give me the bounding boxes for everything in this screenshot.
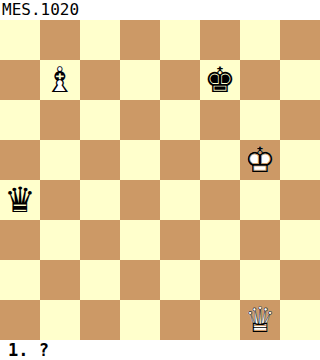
square-f4[interactable] xyxy=(200,180,240,220)
square-h4[interactable] xyxy=(280,180,320,220)
chess-puzzle-window: MES.1020 ♝♗♚♚♔♛♛♕ 1. ? xyxy=(0,0,320,360)
white-king-fill: ♚ xyxy=(240,140,280,180)
chess-board: ♝♗♚♚♔♛♛♕ xyxy=(0,20,320,340)
square-g7[interactable] xyxy=(240,60,280,100)
square-a3[interactable] xyxy=(0,220,40,260)
square-d2[interactable] xyxy=(120,260,160,300)
square-f1[interactable] xyxy=(200,300,240,340)
square-b4[interactable] xyxy=(40,180,80,220)
square-a7[interactable] xyxy=(0,60,40,100)
square-d3[interactable] xyxy=(120,220,160,260)
square-h1[interactable] xyxy=(280,300,320,340)
square-f7[interactable]: ♚ xyxy=(200,60,240,100)
white-bishop-piece: ♗ xyxy=(40,60,80,100)
square-h2[interactable] xyxy=(280,260,320,300)
square-b2[interactable] xyxy=(40,260,80,300)
square-c7[interactable] xyxy=(80,60,120,100)
white-king-piece: ♔ xyxy=(240,140,280,180)
square-c4[interactable] xyxy=(80,180,120,220)
square-e7[interactable] xyxy=(160,60,200,100)
square-a4[interactable]: ♛ xyxy=(0,180,40,220)
square-d8[interactable] xyxy=(120,20,160,60)
square-e6[interactable] xyxy=(160,100,200,140)
square-c3[interactable] xyxy=(80,220,120,260)
square-b6[interactable] xyxy=(40,100,80,140)
square-a2[interactable] xyxy=(0,260,40,300)
square-g2[interactable] xyxy=(240,260,280,300)
square-h8[interactable] xyxy=(280,20,320,60)
square-g3[interactable] xyxy=(240,220,280,260)
square-g8[interactable] xyxy=(240,20,280,60)
square-f6[interactable] xyxy=(200,100,240,140)
square-a5[interactable] xyxy=(0,140,40,180)
square-d1[interactable] xyxy=(120,300,160,340)
square-f8[interactable] xyxy=(200,20,240,60)
puzzle-id-title: MES.1020 xyxy=(0,0,320,20)
square-d4[interactable] xyxy=(120,180,160,220)
square-c5[interactable] xyxy=(80,140,120,180)
square-h6[interactable] xyxy=(280,100,320,140)
square-e1[interactable] xyxy=(160,300,200,340)
square-f3[interactable] xyxy=(200,220,240,260)
white-queen-fill: ♛ xyxy=(240,300,280,340)
square-d5[interactable] xyxy=(120,140,160,180)
white-bishop-fill: ♝ xyxy=(40,60,80,100)
square-d6[interactable] xyxy=(120,100,160,140)
square-e4[interactable] xyxy=(160,180,200,220)
square-b1[interactable] xyxy=(40,300,80,340)
square-e8[interactable] xyxy=(160,20,200,60)
square-a1[interactable] xyxy=(0,300,40,340)
square-g5[interactable]: ♚♔ xyxy=(240,140,280,180)
square-g1[interactable]: ♛♕ xyxy=(240,300,280,340)
black-king-piece: ♚ xyxy=(200,60,240,100)
square-e5[interactable] xyxy=(160,140,200,180)
white-queen-piece: ♕ xyxy=(240,300,280,340)
square-c1[interactable] xyxy=(80,300,120,340)
square-h3[interactable] xyxy=(280,220,320,260)
square-b5[interactable] xyxy=(40,140,80,180)
square-b7[interactable]: ♝♗ xyxy=(40,60,80,100)
square-a8[interactable] xyxy=(0,20,40,60)
square-c2[interactable] xyxy=(80,260,120,300)
square-b3[interactable] xyxy=(40,220,80,260)
square-f2[interactable] xyxy=(200,260,240,300)
square-e3[interactable] xyxy=(160,220,200,260)
square-h7[interactable] xyxy=(280,60,320,100)
square-c8[interactable] xyxy=(80,20,120,60)
square-g6[interactable] xyxy=(240,100,280,140)
square-f5[interactable] xyxy=(200,140,240,180)
black-queen-piece: ♛ xyxy=(0,180,40,220)
square-h5[interactable] xyxy=(280,140,320,180)
square-c6[interactable] xyxy=(80,100,120,140)
square-b8[interactable] xyxy=(40,20,80,60)
move-prompt: 1. ? xyxy=(0,340,320,360)
square-e2[interactable] xyxy=(160,260,200,300)
square-a6[interactable] xyxy=(0,100,40,140)
square-d7[interactable] xyxy=(120,60,160,100)
square-g4[interactable] xyxy=(240,180,280,220)
